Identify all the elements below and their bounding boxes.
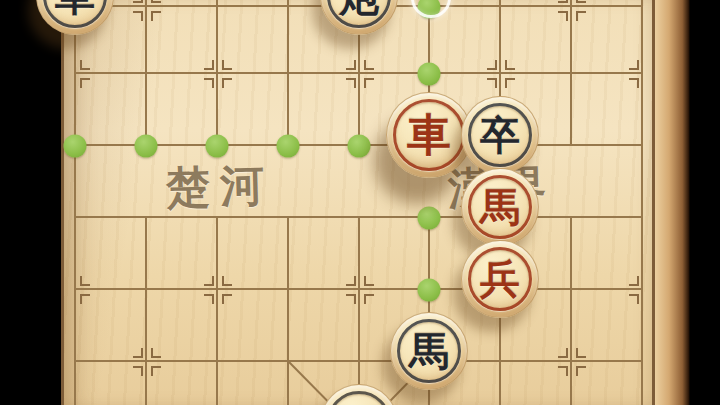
piece-character: 車 bbox=[407, 113, 451, 157]
position-marker bbox=[346, 276, 356, 286]
position-marker bbox=[629, 78, 639, 88]
position-marker bbox=[204, 276, 214, 286]
piece-character: 馬 bbox=[480, 187, 520, 227]
move-hint-dot[interactable] bbox=[277, 135, 300, 158]
position-marker bbox=[151, 348, 161, 358]
position-marker bbox=[80, 294, 90, 304]
grid-file-line bbox=[74, 0, 76, 405]
position-marker bbox=[133, 11, 143, 21]
position-marker bbox=[364, 60, 374, 70]
grid-file-line bbox=[145, 217, 147, 405]
grid-file-line bbox=[570, 217, 572, 405]
grid-file-line bbox=[358, 217, 360, 405]
position-marker bbox=[346, 294, 356, 304]
piece-black-chariot[interactable]: 車 bbox=[36, 0, 114, 35]
piece-red-soldier[interactable]: 兵 bbox=[461, 240, 539, 318]
position-marker bbox=[487, 78, 497, 88]
position-marker bbox=[558, 0, 568, 3]
position-marker bbox=[151, 366, 161, 376]
position-marker bbox=[629, 60, 639, 70]
position-marker bbox=[629, 276, 639, 286]
grid-file-line bbox=[287, 217, 289, 405]
position-marker bbox=[487, 60, 497, 70]
piece-red-horse[interactable]: 馬 bbox=[461, 168, 539, 246]
position-marker bbox=[558, 366, 568, 376]
move-hint-dot[interactable] bbox=[418, 207, 441, 230]
position-marker bbox=[576, 11, 586, 21]
selection-ring bbox=[411, 0, 451, 18]
position-marker bbox=[576, 0, 586, 3]
position-marker bbox=[222, 78, 232, 88]
position-marker bbox=[505, 60, 515, 70]
piece-character: 車 bbox=[55, 0, 95, 16]
position-marker bbox=[576, 366, 586, 376]
position-marker bbox=[346, 60, 356, 70]
position-marker bbox=[629, 294, 639, 304]
position-marker bbox=[558, 348, 568, 358]
position-marker bbox=[346, 78, 356, 88]
piece-character: 兵 bbox=[480, 259, 520, 299]
position-marker bbox=[222, 294, 232, 304]
board-layer: 楚河 漢界 車炮車卒馬兵馬 bbox=[0, 0, 720, 405]
position-marker bbox=[133, 348, 143, 358]
move-hint-dot[interactable] bbox=[418, 279, 441, 302]
position-marker bbox=[364, 276, 374, 286]
position-marker bbox=[222, 60, 232, 70]
position-marker bbox=[576, 348, 586, 358]
position-marker bbox=[133, 366, 143, 376]
move-hint-dot[interactable] bbox=[206, 135, 229, 158]
position-marker bbox=[133, 0, 143, 3]
grid-file-line bbox=[287, 0, 289, 146]
position-marker bbox=[558, 11, 568, 21]
grid-file-line bbox=[570, 0, 572, 146]
position-marker bbox=[80, 60, 90, 70]
position-marker bbox=[204, 60, 214, 70]
position-marker bbox=[505, 78, 515, 88]
position-marker bbox=[80, 276, 90, 286]
move-hint-dot[interactable] bbox=[135, 135, 158, 158]
position-marker bbox=[80, 78, 90, 88]
piece-unknown-unknown[interactable] bbox=[320, 384, 398, 405]
piece-black-soldier[interactable]: 卒 bbox=[461, 96, 539, 174]
position-marker bbox=[222, 276, 232, 286]
position-marker bbox=[151, 0, 161, 3]
move-hint-dot[interactable] bbox=[348, 135, 371, 158]
game-screen: 楚河 漢界 車炮車卒馬兵馬 bbox=[0, 0, 720, 405]
piece-character: 馬 bbox=[409, 331, 449, 371]
piece-black-horse[interactable]: 馬 bbox=[390, 312, 468, 390]
piece-character: 炮 bbox=[339, 0, 379, 16]
piece-red-chariot-selected[interactable]: 車 bbox=[386, 92, 472, 178]
position-marker bbox=[204, 294, 214, 304]
piece-engraved-ring bbox=[327, 391, 391, 405]
grid-file-line bbox=[641, 0, 643, 405]
position-marker bbox=[204, 78, 214, 88]
grid-file-line bbox=[216, 217, 218, 405]
position-marker bbox=[151, 11, 161, 21]
position-marker bbox=[364, 294, 374, 304]
piece-character: 卒 bbox=[480, 115, 520, 155]
move-hint-dot[interactable] bbox=[64, 135, 87, 158]
move-hint-dot[interactable] bbox=[418, 63, 441, 86]
river-label-chu-he: 楚河 bbox=[165, 156, 275, 218]
position-marker bbox=[364, 78, 374, 88]
grid-file-line bbox=[145, 0, 147, 146]
piece-black-cannon[interactable]: 炮 bbox=[320, 0, 398, 35]
grid-file-line bbox=[216, 0, 218, 146]
